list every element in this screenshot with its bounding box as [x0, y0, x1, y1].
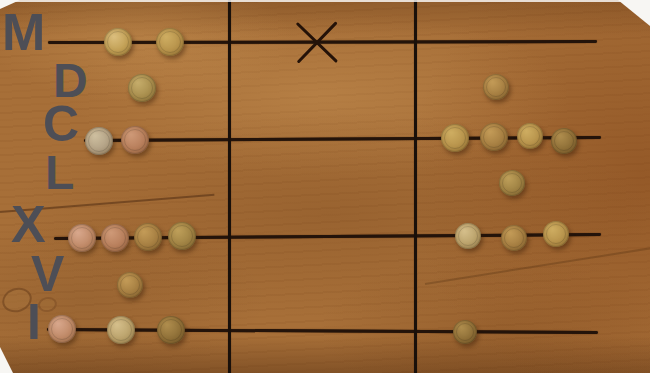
coin-counter-X-left[interactable] — [101, 224, 129, 252]
coin-counter-V-left[interactable] — [117, 272, 143, 298]
coin-counter-I-left[interactable] — [107, 316, 135, 344]
coin-counter-M-left[interactable] — [104, 28, 132, 56]
coin-counter-L-right[interactable] — [499, 170, 525, 196]
coin-counter-I-left[interactable] — [157, 316, 185, 344]
wood-crack-decoration — [425, 247, 650, 284]
row-label-V: V — [31, 249, 63, 299]
coin-counter-C-left[interactable] — [121, 126, 149, 154]
photo-edge-top — [0, 0, 650, 2]
row-label-L: L — [45, 149, 73, 197]
coin-counter-C-right[interactable] — [480, 123, 508, 151]
coin-counter-I-right[interactable] — [453, 320, 477, 344]
coin-counter-I-left[interactable] — [48, 315, 76, 343]
coin-counter-C-right[interactable] — [517, 123, 543, 149]
coin-counter-X-left[interactable] — [134, 223, 162, 251]
row-label-M: M — [2, 6, 44, 58]
coin-counter-X-left[interactable] — [68, 224, 96, 252]
coin-counter-X-left[interactable] — [168, 222, 196, 250]
coin-counter-D-right[interactable] — [483, 74, 509, 100]
coin-counter-C-right[interactable] — [441, 124, 469, 152]
counting-board-photo: MDCLXVI — [0, 0, 650, 373]
coin-counter-C-right[interactable] — [551, 128, 577, 154]
row-label-I: I — [27, 297, 40, 347]
column-divider-2 — [414, 0, 417, 373]
coin-counter-X-right[interactable] — [455, 223, 481, 249]
column-divider-1 — [228, 0, 231, 373]
coin-counter-M-left[interactable] — [156, 28, 184, 56]
coin-counter-X-right[interactable] — [543, 221, 569, 247]
coin-counter-X-right[interactable] — [501, 225, 527, 251]
row-label-C: C — [43, 99, 78, 149]
coin-counter-D-left[interactable] — [128, 74, 156, 102]
row-label-X: X — [11, 198, 45, 250]
wooden-board: MDCLXVI — [0, 0, 650, 373]
coin-counter-C-left[interactable] — [85, 127, 113, 155]
